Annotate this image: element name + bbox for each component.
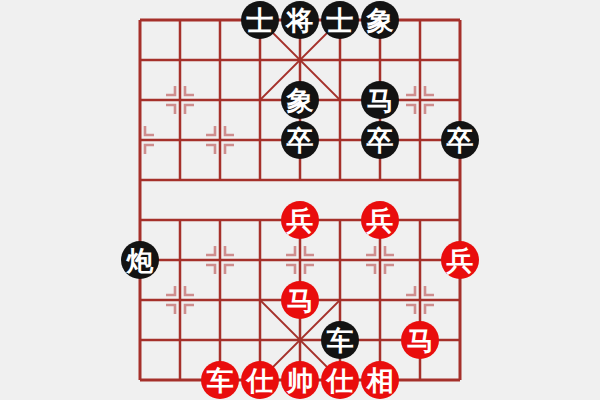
piece-red-soldier[interactable]: 兵 (441, 241, 479, 279)
xiangqi-board[interactable]: 士将士象象马卒卒卒炮车兵兵兵马马车仕帅仕相 (120, 0, 480, 400)
piece-black-cannon[interactable]: 炮 (121, 241, 159, 279)
piece-black-soldier[interactable]: 卒 (361, 121, 399, 159)
piece-black-elephant[interactable]: 象 (281, 81, 319, 119)
piece-red-soldier[interactable]: 兵 (281, 201, 319, 239)
piece-black-elephant[interactable]: 象 (361, 1, 399, 39)
piece-black-general[interactable]: 将 (281, 1, 319, 39)
piece-black-soldier[interactable]: 卒 (281, 121, 319, 159)
piece-red-general[interactable]: 帅 (281, 361, 319, 399)
xiangqi-app: 士将士象象马卒卒卒炮车兵兵兵马马车仕帅仕相 (0, 0, 600, 400)
piece-red-soldier[interactable]: 兵 (361, 201, 399, 239)
piece-black-soldier[interactable]: 卒 (441, 121, 479, 159)
piece-red-horse[interactable]: 马 (281, 281, 319, 319)
piece-layer: 士将士象象马卒卒卒炮车兵兵兵马马车仕帅仕相 (120, 0, 480, 400)
piece-red-horse[interactable]: 马 (401, 321, 439, 359)
piece-black-horse[interactable]: 马 (361, 81, 399, 119)
piece-red-chariot[interactable]: 车 (201, 361, 239, 399)
piece-black-advisor[interactable]: 士 (321, 1, 359, 39)
piece-red-elephant[interactable]: 相 (361, 361, 399, 399)
piece-red-advisor[interactable]: 仕 (321, 361, 359, 399)
piece-red-advisor[interactable]: 仕 (241, 361, 279, 399)
piece-black-advisor[interactable]: 士 (241, 1, 279, 39)
piece-black-chariot[interactable]: 车 (321, 321, 359, 359)
